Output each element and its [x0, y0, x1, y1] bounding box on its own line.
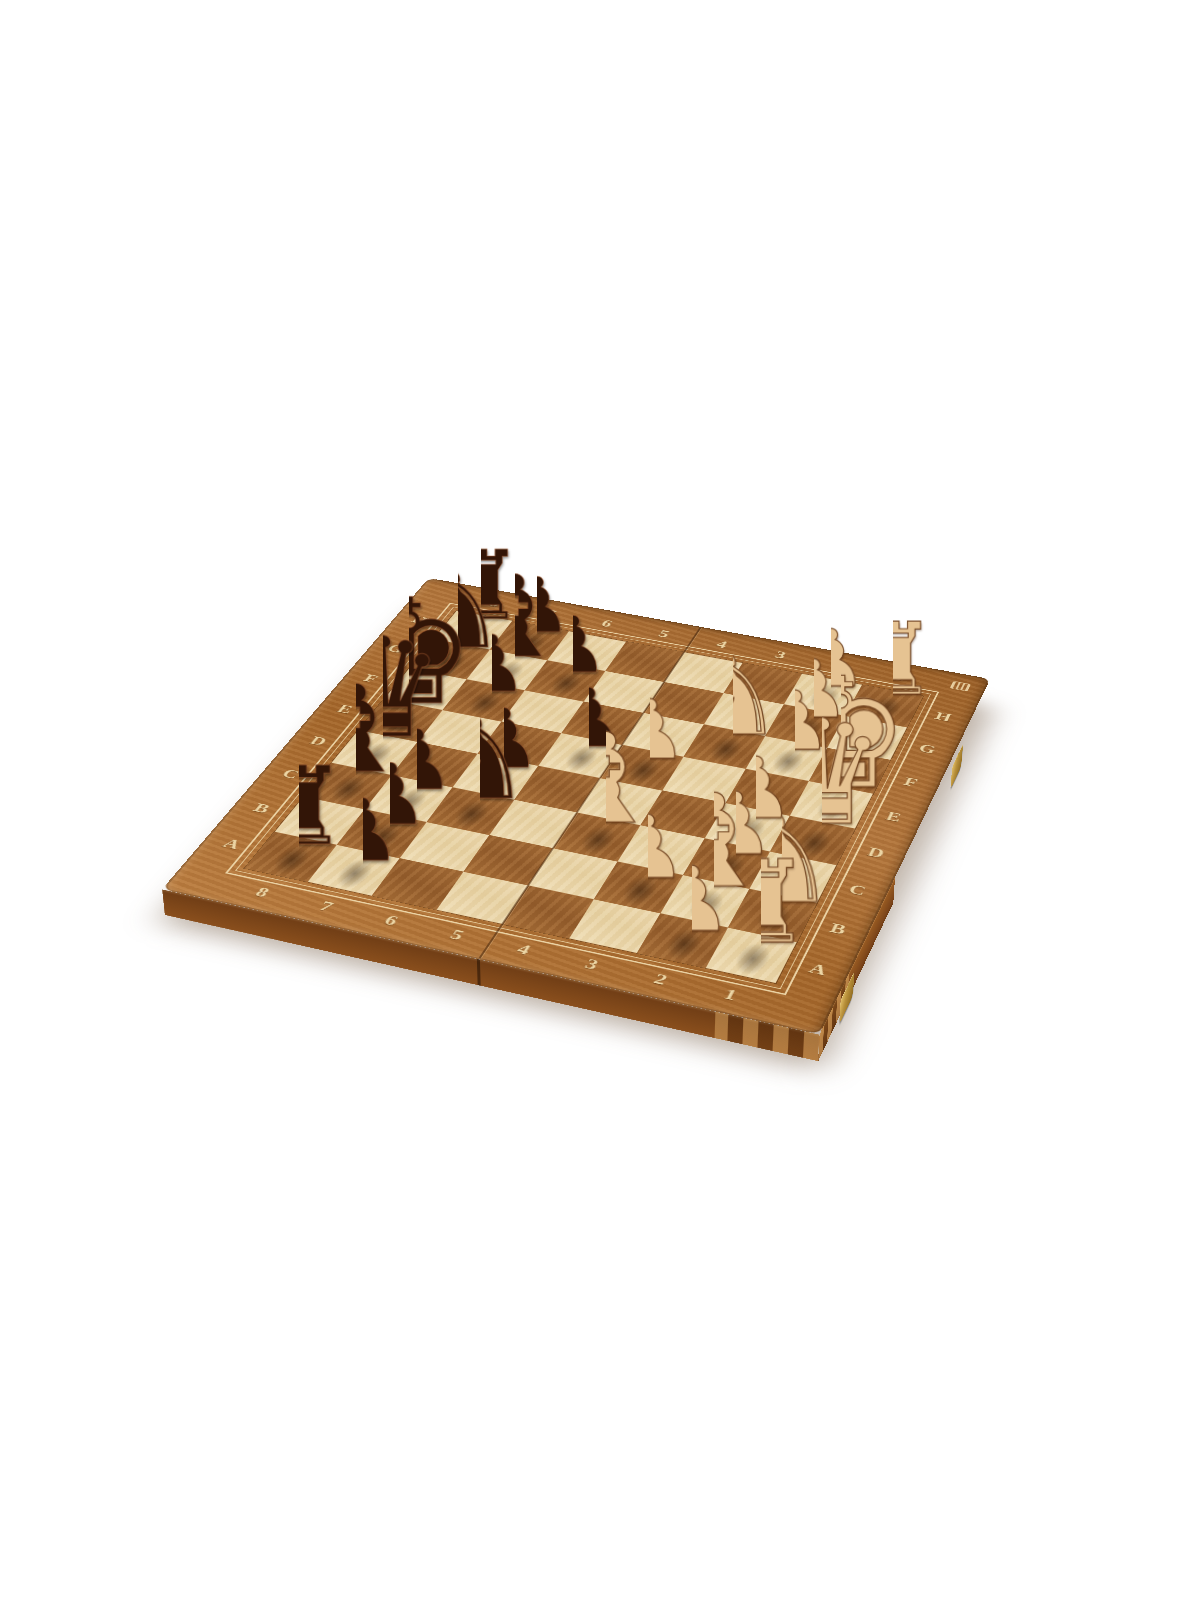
piece-shadow: [785, 714, 827, 744]
piece-shadow: [616, 873, 664, 909]
piece-shadow: [447, 798, 495, 831]
piece-shadow: [704, 734, 748, 765]
piece-shadow: [486, 658, 530, 687]
piece-shadow: [266, 843, 318, 878]
piece-shadow: [766, 746, 809, 778]
file-label-h: H: [905, 698, 980, 736]
piece-shadow: [378, 708, 425, 738]
piece-shadow: [683, 886, 731, 923]
piece-shadow: [620, 755, 665, 787]
piece-shadow: [358, 820, 408, 854]
piece-shadow: [428, 648, 473, 676]
piece-shadow: [804, 683, 845, 712]
piece-shadow: [750, 900, 797, 937]
piece-shadow: [473, 764, 520, 796]
fold-seam-edge: [477, 959, 481, 986]
piece-shadow: [462, 688, 507, 718]
chessboard: ♜♝♛♚♞♜♟♟♟♟♝♟♞♟♟♟♝♟♟♞♟♝♟♟♟♟♟♜♞♛♚♜ ABCDEFG…: [162, 578, 990, 1035]
photo-stage: ♜♝♛♚♞♜♟♟♟♟♝♟♞♟♟♟♝♟♟♞♟♝♟♟♟♟♟♜♞♛♚♜ ABCDEFG…: [0, 0, 1200, 1600]
piece-shadow: [705, 849, 752, 884]
piece-shadow: [385, 785, 434, 818]
maker-stamp-icon: [950, 681, 971, 692]
piece-shadow: [659, 925, 708, 963]
file-label-g: G: [889, 729, 966, 769]
piece-shadow: [452, 619, 496, 646]
piece-shadow: [509, 629, 552, 657]
piece-shadow: [324, 773, 373, 806]
piece-shadow: [544, 669, 588, 698]
piece-shadow: [574, 823, 622, 857]
piece-shadow: [726, 813, 772, 847]
file-label-h: H: [382, 603, 458, 637]
